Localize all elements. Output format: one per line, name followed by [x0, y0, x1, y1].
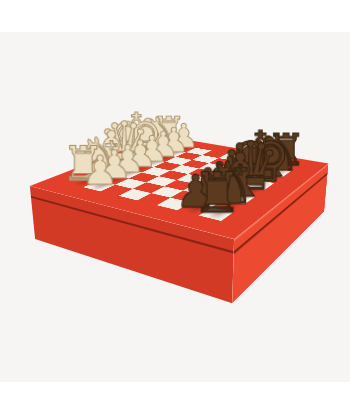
black-rook-glyph: ♜: [191, 165, 241, 221]
white-pawn-glyph: ♟: [81, 150, 117, 190]
chess-box: ♜♞♝♛♚♝♞♜♟♟♟♟♟♟♟♟♟♟♟♟♟♟♟♟♜♞♝♛♚♝♞♜: [30, 135, 329, 239]
product-photo-background: ♜♞♝♛♚♝♞♜♟♟♟♟♟♟♟♟♟♟♟♟♟♟♟♟♜♞♝♛♚♝♞♜: [0, 32, 350, 382]
